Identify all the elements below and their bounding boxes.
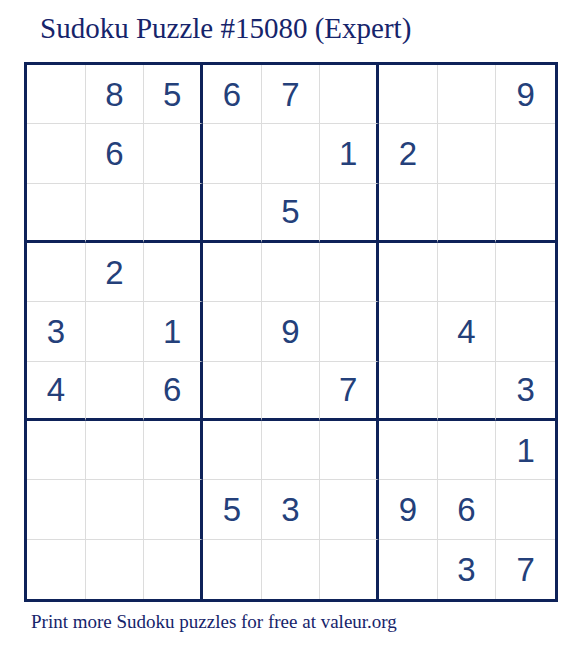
cell-r9c4 [203,540,262,599]
cell-r7c8 [438,421,497,480]
cell-r2c5 [262,124,321,183]
cell-r3c4 [203,184,262,243]
cell-r4c4 [203,243,262,302]
cell-r8c9 [496,480,555,539]
cell-r3c9 [496,184,555,243]
cell-r5c5: 9 [262,302,321,361]
cell-r5c8: 4 [438,302,497,361]
cell-r5c7 [379,302,438,361]
cell-r7c9: 1 [496,421,555,480]
cell-r4c1 [27,243,86,302]
cell-r8c1 [27,480,86,539]
cell-r7c4 [203,421,262,480]
cell-r2c7: 2 [379,124,438,183]
cell-r2c9 [496,124,555,183]
cell-r4c2: 2 [86,243,145,302]
cell-r6c2 [86,362,145,421]
cell-r4c7 [379,243,438,302]
cell-r9c6 [320,540,379,599]
cell-r2c2: 6 [86,124,145,183]
cell-r6c5 [262,362,321,421]
cell-r6c1: 4 [27,362,86,421]
cell-r5c2 [86,302,145,361]
cell-r3c2 [86,184,145,243]
cell-r7c1 [27,421,86,480]
cell-r4c6 [320,243,379,302]
cell-r3c7 [379,184,438,243]
cell-r8c7: 9 [379,480,438,539]
cell-r7c3 [144,421,203,480]
cell-r9c5 [262,540,321,599]
cell-r1c4: 6 [203,65,262,124]
cell-r4c5 [262,243,321,302]
cell-r2c8 [438,124,497,183]
cell-r5c4 [203,302,262,361]
cell-r8c3 [144,480,203,539]
cell-r1c6 [320,65,379,124]
cell-r7c5 [262,421,321,480]
cell-r5c3: 1 [144,302,203,361]
cell-r2c1 [27,124,86,183]
cell-r8c4: 5 [203,480,262,539]
cell-r1c3: 5 [144,65,203,124]
cell-r6c3: 6 [144,362,203,421]
cell-r5c1: 3 [27,302,86,361]
cell-r2c4 [203,124,262,183]
cell-r4c8 [438,243,497,302]
cell-r6c8 [438,362,497,421]
cell-r2c3 [144,124,203,183]
cell-r1c9: 9 [496,65,555,124]
cell-r9c1 [27,540,86,599]
cell-r7c6 [320,421,379,480]
cell-r3c6 [320,184,379,243]
cell-r2c6: 1 [320,124,379,183]
cell-r5c6 [320,302,379,361]
sudoku-print-page: Sudoku Puzzle #15080 (Expert) 8567961252… [0,0,580,651]
cell-r4c3 [144,243,203,302]
page-title: Sudoku Puzzle #15080 (Expert) [40,12,411,45]
cell-r8c5: 3 [262,480,321,539]
cell-r3c5: 5 [262,184,321,243]
cell-r3c1 [27,184,86,243]
cell-r1c8 [438,65,497,124]
cell-r9c2 [86,540,145,599]
cell-r9c3 [144,540,203,599]
cell-r1c2: 8 [86,65,145,124]
cell-r7c7 [379,421,438,480]
cell-r9c7 [379,540,438,599]
cell-r7c2 [86,421,145,480]
cell-r9c9: 7 [496,540,555,599]
cell-r4c9 [496,243,555,302]
cell-r8c2 [86,480,145,539]
sudoku-grid: 8567961252319446731539637 [24,62,558,602]
cell-r3c8 [438,184,497,243]
cell-r9c8: 3 [438,540,497,599]
cell-r1c5: 7 [262,65,321,124]
cell-r8c8: 6 [438,480,497,539]
cell-r6c6: 7 [320,362,379,421]
cell-r6c9: 3 [496,362,555,421]
cell-r1c1 [27,65,86,124]
cell-r6c4 [203,362,262,421]
cell-r6c7 [379,362,438,421]
cell-r5c9 [496,302,555,361]
cell-r8c6 [320,480,379,539]
cell-r1c7 [379,65,438,124]
cell-r3c3 [144,184,203,243]
footer-text: Print more Sudoku puzzles for free at va… [31,611,397,633]
